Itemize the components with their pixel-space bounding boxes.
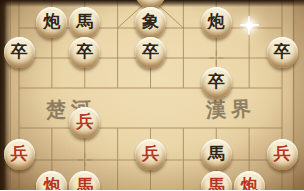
piece-glyph: 炮 [43,177,60,191]
piece-black-soldier[interactable]: 卒 [4,37,35,68]
piece-black-soldier[interactable]: 卒 [135,37,166,68]
piece-glyph: 馬 [76,13,93,30]
piece-red-horse[interactable]: 馬 [69,171,100,191]
piece-glyph: 卒 [142,43,159,60]
last-move-indicator-dot [245,21,254,30]
piece-black-cannon[interactable]: 炮 [36,7,67,38]
piece-glyph: 馬 [208,177,225,191]
piece-red-horse[interactable]: 馬 [201,171,232,191]
piece-black-cannon[interactable]: 炮 [201,7,232,38]
piece-glyph: 炮 [241,177,258,191]
piece-glyph: 馬 [208,145,225,162]
piece-red-soldier[interactable]: 兵 [69,107,100,138]
piece-glyph: 卒 [76,43,93,60]
piece-red-soldier[interactable]: 兵 [135,139,166,170]
piece-glyph: 卒 [208,73,225,90]
xiangqi-board[interactable]: 楚河 漢界 士炮馬象炮卒卒卒卒卒馬兵兵兵兵炮馬馬炮 [0,0,304,190]
piece-black-horse[interactable]: 馬 [201,139,232,170]
piece-glyph: 象 [142,13,159,30]
piece-black-elephant[interactable]: 象 [135,7,166,38]
piece-glyph: 兵 [142,145,159,162]
piece-glyph: 兵 [76,113,93,130]
piece-glyph: 兵 [274,145,291,162]
pieces-layer: 士炮馬象炮卒卒卒卒卒馬兵兵兵兵炮馬馬炮 [0,0,304,190]
piece-glyph: 兵 [11,145,28,162]
piece-glyph: 馬 [76,177,93,191]
piece-red-cannon[interactable]: 炮 [36,171,67,191]
piece-black-horse[interactable]: 馬 [69,7,100,38]
piece-black-soldier[interactable]: 卒 [69,37,100,68]
piece-glyph: 炮 [208,13,225,30]
piece-glyph: 卒 [11,43,28,60]
piece-red-soldier[interactable]: 兵 [267,139,298,170]
piece-black-soldier[interactable]: 卒 [267,37,298,68]
piece-glyph: 卒 [274,43,291,60]
piece-red-cannon[interactable]: 炮 [234,171,265,191]
piece-black-soldier[interactable]: 卒 [201,67,232,98]
piece-glyph: 炮 [43,13,60,30]
piece-red-soldier[interactable]: 兵 [4,139,35,170]
